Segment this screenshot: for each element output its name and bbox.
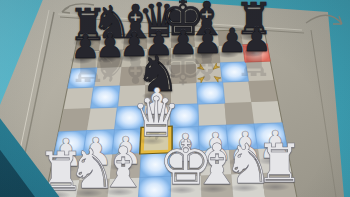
highlight-legal-move-g6[interactable] [220, 62, 248, 82]
square-g4[interactable] [225, 102, 255, 125]
highlight-legal-move-b5[interactable] [91, 86, 120, 108]
square-h5[interactable] [248, 80, 278, 102]
highlight-legal-move-f5[interactable] [197, 82, 225, 104]
highlight-legal-move-a6[interactable] [68, 68, 97, 88]
piece-black-pawn-h7[interactable]: ♟ [242, 23, 272, 56]
square-h6[interactable] [245, 61, 274, 81]
square-g5[interactable] [223, 81, 252, 103]
chess-game-scene: ♜♜♞♞♝♝♛♛♚♚♝♝♜♜♟♟♟♟♟♟♟♟♞♞♟♛♟♟♟♟♟♟♟♜♞♝♚♝♞♜ [0, 0, 350, 197]
square-a5[interactable] [64, 87, 94, 109]
piece-white-rook-h1[interactable]: ♜ [256, 137, 304, 190]
square-h4[interactable] [251, 101, 282, 124]
piece-white-bishop-c1[interactable]: ♝ [98, 139, 149, 196]
square-f4[interactable] [198, 103, 227, 126]
square-b6[interactable] [94, 67, 122, 87]
square-f6[interactable] [196, 63, 223, 83]
chess-board[interactable]: ♜♜♞♞♝♝♛♛♚♚♝♝♜♜♟♟♟♟♟♟♟♟♞♞♟♛♟♟♟♟♟♟♟♜♞♝♚♝♞♜ [0, 0, 350, 197]
